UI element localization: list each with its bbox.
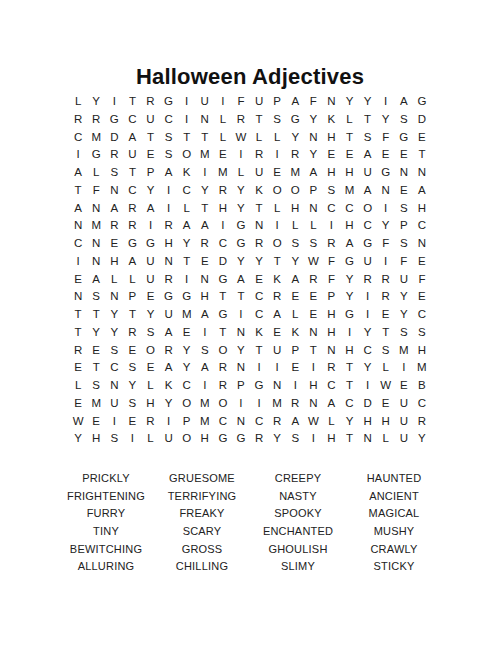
grid-cell[interactable]: N [105,182,123,200]
grid-cell[interactable]: C [250,306,268,324]
word-list-item[interactable]: ENCHANTED [250,523,346,541]
grid-cell[interactable]: I [377,200,395,218]
grid-cell[interactable]: M [268,395,286,413]
grid-cell[interactable]: R [69,111,87,129]
grid-cell[interactable]: K [286,324,304,342]
grid-cell[interactable]: E [340,146,358,164]
grid-cell[interactable]: Y [123,377,141,395]
grid-cell[interactable]: O [141,342,159,360]
grid-cell[interactable]: M [196,413,214,431]
word-list-item[interactable]: TERRIFYING [154,488,250,506]
grid-cell[interactable]: O [178,430,196,448]
grid-cell[interactable]: U [141,111,159,129]
grid-cell[interactable]: T [214,288,232,306]
grid-cell[interactable]: R [268,288,286,306]
grid-cell[interactable]: S [105,164,123,182]
grid-cell[interactable]: I [250,395,268,413]
grid-cell[interactable]: S [286,235,304,253]
grid-cell[interactable]: T [123,164,141,182]
grid-cell[interactable]: R [214,377,232,395]
grid-cell[interactable]: G [395,129,413,147]
grid-cell[interactable]: E [141,359,159,377]
grid-cell[interactable]: R [105,146,123,164]
word-list-item[interactable]: GHOULISH [250,540,346,558]
grid-cell[interactable]: U [141,271,159,289]
grid-cell[interactable]: L [232,164,250,182]
grid-cell[interactable]: H [322,430,340,448]
grid-cell[interactable]: A [178,217,196,235]
grid-cell[interactable]: N [322,93,340,111]
grid-cell[interactable]: N [413,235,431,253]
word-list-item[interactable]: SLIMY [250,558,346,576]
grid-cell[interactable]: E [377,306,395,324]
grid-cell[interactable]: M [196,395,214,413]
grid-cell[interactable]: E [123,413,141,431]
grid-cell[interactable]: P [123,288,141,306]
grid-cell[interactable]: G [214,430,232,448]
grid-cell[interactable]: D [413,111,431,129]
grid-cell[interactable]: H [196,430,214,448]
word-list-item[interactable]: BEWITCHING [58,540,154,558]
grid-cell[interactable]: A [286,271,304,289]
grid-cell[interactable]: I [359,288,377,306]
word-list-item[interactable]: STICKY [346,558,442,576]
grid-cell[interactable]: N [105,288,123,306]
grid-cell[interactable]: R [286,146,304,164]
grid-cell[interactable]: Y [105,306,123,324]
grid-cell[interactable]: R [141,413,159,431]
grid-cell[interactable]: Y [340,93,358,111]
grid-cell[interactable]: R [232,111,250,129]
grid-cell[interactable]: I [395,359,413,377]
grid-cell[interactable]: Y [340,413,358,431]
grid-cell[interactable]: E [268,164,286,182]
grid-cell[interactable]: T [359,111,377,129]
grid-cell[interactable]: T [377,324,395,342]
grid-cell[interactable]: L [286,306,304,324]
grid-cell[interactable]: W [304,253,322,271]
grid-cell[interactable]: I [340,324,358,342]
grid-cell[interactable]: T [340,430,358,448]
grid-cell[interactable]: H [286,200,304,218]
grid-cell[interactable]: F [322,271,340,289]
grid-cell[interactable]: E [69,271,87,289]
grid-cell[interactable]: C [123,182,141,200]
grid-cell[interactable]: R [250,235,268,253]
grid-cell[interactable]: Y [69,430,87,448]
grid-cell[interactable]: E [395,377,413,395]
grid-cell[interactable]: H [413,342,431,360]
grid-cell[interactable]: Y [304,111,322,129]
grid-cell[interactable]: O [178,395,196,413]
grid-cell[interactable]: A [196,306,214,324]
grid-cell[interactable]: M [413,359,431,377]
grid-cell[interactable]: A [322,395,340,413]
grid-cell[interactable]: L [268,129,286,147]
word-list-item[interactable]: PRICKLY [58,470,154,488]
grid-cell[interactable]: T [69,306,87,324]
grid-cell[interactable]: S [377,342,395,360]
grid-cell[interactable]: T [141,129,159,147]
grid-cell[interactable]: H [413,200,431,218]
grid-cell[interactable]: S [105,430,123,448]
word-list-item[interactable]: MAGICAL [346,505,442,523]
grid-cell[interactable]: C [105,359,123,377]
grid-cell[interactable]: D [359,395,377,413]
grid-cell[interactable]: G [250,377,268,395]
grid-cell[interactable]: W [377,377,395,395]
grid-cell[interactable]: N [87,253,105,271]
grid-cell[interactable]: C [160,111,178,129]
grid-cell[interactable]: I [250,359,268,377]
grid-cell[interactable]: L [268,200,286,218]
grid-cell[interactable]: C [322,377,340,395]
word-list-item[interactable]: FURRY [58,505,154,523]
grid-cell[interactable]: S [286,430,304,448]
grid-cell[interactable]: S [160,146,178,164]
grid-cell[interactable]: O [286,182,304,200]
grid-cell[interactable]: L [322,413,340,431]
grid-cell[interactable]: I [377,253,395,271]
grid-cell[interactable]: L [87,164,105,182]
grid-cell[interactable]: U [395,271,413,289]
grid-cell[interactable]: L [105,271,123,289]
grid-cell[interactable]: I [286,377,304,395]
grid-cell[interactable]: Y [340,271,358,289]
grid-cell[interactable]: M [395,342,413,360]
grid-cell[interactable]: E [413,129,431,147]
grid-cell[interactable]: A [359,182,377,200]
grid-cell[interactable]: A [268,306,286,324]
grid-cell[interactable]: T [232,288,250,306]
grid-cell[interactable]: S [268,111,286,129]
grid-cell[interactable]: W [69,413,87,431]
grid-cell[interactable]: Y [286,253,304,271]
grid-cell[interactable]: C [340,200,358,218]
grid-cell[interactable]: O [214,342,232,360]
grid-cell[interactable]: I [105,93,123,111]
grid-cell[interactable]: T [87,359,105,377]
grid-cell[interactable]: R [160,217,178,235]
grid-cell[interactable]: F [322,253,340,271]
grid-cell[interactable]: I [214,217,232,235]
grid-cell[interactable]: G [340,253,358,271]
grid-cell[interactable]: I [196,377,214,395]
grid-cell[interactable]: E [286,288,304,306]
grid-cell[interactable]: G [286,111,304,129]
grid-cell[interactable]: G [105,111,123,129]
grid-cell[interactable]: N [69,217,87,235]
grid-cell[interactable]: Y [141,182,159,200]
grid-cell[interactable]: Y [377,111,395,129]
grid-cell[interactable]: E [413,253,431,271]
grid-cell[interactable]: O [268,182,286,200]
grid-cell[interactable]: U [196,93,214,111]
grid-cell[interactable]: R [250,430,268,448]
grid-cell[interactable]: H [105,253,123,271]
grid-cell[interactable]: C [69,235,87,253]
grid-cell[interactable]: E [395,146,413,164]
grid-cell[interactable]: I [377,93,395,111]
grid-cell[interactable]: E [196,253,214,271]
word-list-item[interactable]: FREAKY [154,505,250,523]
grid-cell[interactable]: E [250,271,268,289]
grid-cell[interactable]: S [359,129,377,147]
grid-cell[interactable]: N [359,430,377,448]
word-list-item[interactable]: CHILLING [154,558,250,576]
grid-cell[interactable]: W [232,129,250,147]
grid-cell[interactable]: C [359,217,377,235]
grid-cell[interactable]: N [322,342,340,360]
grid-cell[interactable]: E [87,342,105,360]
grid-cell[interactable]: S [87,377,105,395]
grid-cell[interactable]: C [69,129,87,147]
grid-cell[interactable]: L [141,430,159,448]
grid-cell[interactable]: U [268,342,286,360]
word-list-item[interactable]: SPOOKY [250,505,346,523]
grid-cell[interactable]: N [87,235,105,253]
grid-cell[interactable]: F [232,93,250,111]
grid-cell[interactable]: I [359,377,377,395]
grid-cell[interactable]: R [377,288,395,306]
grid-cell[interactable]: K [250,324,268,342]
grid-cell[interactable]: L [214,129,232,147]
grid-cell[interactable]: L [123,271,141,289]
grid-cell[interactable]: P [268,93,286,111]
grid-cell[interactable]: T [196,129,214,147]
grid-cell[interactable]: P [322,288,340,306]
grid-cell[interactable]: M [87,217,105,235]
grid-cell[interactable]: Y [87,324,105,342]
word-list-item[interactable]: CRAWLY [346,540,442,558]
grid-cell[interactable]: S [395,111,413,129]
grid-cell[interactable]: C [359,342,377,360]
grid-cell[interactable]: T [340,359,358,377]
grid-cell[interactable]: Y [105,324,123,342]
grid-cell[interactable]: G [413,93,431,111]
grid-cell[interactable]: A [395,93,413,111]
grid-cell[interactable]: O [214,395,232,413]
grid-cell[interactable]: A [340,235,358,253]
grid-cell[interactable]: F [377,235,395,253]
grid-cell[interactable]: U [395,413,413,431]
grid-cell[interactable]: R [250,146,268,164]
grid-cell[interactable]: R [69,342,87,360]
grid-cell[interactable]: L [69,377,87,395]
grid-cell[interactable]: Y [178,235,196,253]
grid-cell[interactable]: I [232,306,250,324]
grid-cell[interactable]: T [250,200,268,218]
grid-cell[interactable]: D [214,253,232,271]
grid-cell[interactable]: C [322,200,340,218]
grid-cell[interactable]: R [196,235,214,253]
grid-cell[interactable]: E [141,146,159,164]
grid-cell[interactable]: G [232,235,250,253]
grid-cell[interactable]: P [286,342,304,360]
grid-cell[interactable]: B [413,377,431,395]
grid-cell[interactable]: A [105,200,123,218]
grid-cell[interactable]: I [178,111,196,129]
grid-cell[interactable]: T [250,111,268,129]
grid-cell[interactable]: A [87,271,105,289]
grid-cell[interactable]: U [395,395,413,413]
grid-cell[interactable]: I [304,430,322,448]
grid-cell[interactable]: U [160,430,178,448]
grid-cell[interactable]: H [160,235,178,253]
grid-cell[interactable]: P [141,164,159,182]
grid-cell[interactable]: A [304,164,322,182]
grid-cell[interactable]: Y [359,359,377,377]
grid-cell[interactable]: G [232,217,250,235]
grid-cell[interactable]: L [214,111,232,129]
grid-cell[interactable]: Y [232,253,250,271]
grid-cell[interactable]: K [250,182,268,200]
grid-cell[interactable]: M [340,182,358,200]
grid-cell[interactable]: I [123,430,141,448]
grid-cell[interactable]: R [359,271,377,289]
grid-cell[interactable]: Y [232,342,250,360]
grid-cell[interactable]: U [105,395,123,413]
grid-cell[interactable]: E [69,395,87,413]
grid-cell[interactable]: L [141,377,159,395]
grid-cell[interactable]: P [178,413,196,431]
grid-cell[interactable]: M [87,395,105,413]
grid-cell[interactable]: P [395,217,413,235]
grid-cell[interactable]: N [250,217,268,235]
grid-cell[interactable]: A [69,200,87,218]
grid-cell[interactable]: E [304,288,322,306]
grid-cell[interactable]: A [196,359,214,377]
grid-cell[interactable]: C [250,413,268,431]
grid-cell[interactable]: S [395,200,413,218]
grid-cell[interactable]: N [232,324,250,342]
grid-cell[interactable]: G [214,306,232,324]
grid-cell[interactable]: G [377,164,395,182]
grid-cell[interactable]: I [160,182,178,200]
grid-cell[interactable]: I [160,200,178,218]
grid-cell[interactable]: P [232,377,250,395]
grid-cell[interactable]: R [123,324,141,342]
grid-cell[interactable]: H [340,217,358,235]
grid-cell[interactable]: T [69,182,87,200]
grid-cell[interactable]: G [160,288,178,306]
grid-cell[interactable]: E [322,146,340,164]
grid-cell[interactable]: L [377,359,395,377]
grid-cell[interactable]: C [214,235,232,253]
grid-cell[interactable]: N [69,288,87,306]
grid-cell[interactable]: Y [178,342,196,360]
grid-cell[interactable]: T [87,306,105,324]
grid-cell[interactable]: U [359,253,377,271]
grid-cell[interactable]: K [268,271,286,289]
grid-cell[interactable]: I [359,306,377,324]
grid-cell[interactable]: S [322,182,340,200]
grid-cell[interactable]: H [141,395,159,413]
grid-cell[interactable]: I [69,253,87,271]
grid-cell[interactable]: E [268,324,286,342]
grid-cell[interactable]: R [123,200,141,218]
grid-cell[interactable]: C [413,217,431,235]
grid-cell[interactable]: I [304,359,322,377]
grid-cell[interactable]: C [178,182,196,200]
grid-cell[interactable]: H [340,164,358,182]
grid-cell[interactable]: F [377,129,395,147]
grid-cell[interactable]: E [69,359,87,377]
grid-cell[interactable]: Y [395,306,413,324]
grid-cell[interactable]: A [123,253,141,271]
grid-cell[interactable]: Y [232,200,250,218]
grid-cell[interactable]: W [304,413,322,431]
grid-cell[interactable]: N [304,129,322,147]
grid-cell[interactable]: N [196,111,214,129]
grid-cell[interactable]: U [141,253,159,271]
grid-cell[interactable]: I [268,359,286,377]
grid-cell[interactable]: P [304,182,322,200]
grid-cell[interactable]: N [232,413,250,431]
grid-cell[interactable]: T [178,253,196,271]
grid-cell[interactable]: Y [340,288,358,306]
grid-cell[interactable]: A [160,359,178,377]
grid-cell[interactable]: I [69,146,87,164]
grid-cell[interactable]: M [286,164,304,182]
grid-cell[interactable]: R [160,271,178,289]
grid-cell[interactable]: H [377,413,395,431]
grid-cell[interactable]: G [141,235,159,253]
grid-cell[interactable]: M [196,146,214,164]
grid-cell[interactable]: R [105,217,123,235]
grid-cell[interactable]: G [340,306,358,324]
grid-cell[interactable]: Y [304,146,322,164]
grid-cell[interactable]: Y [359,93,377,111]
grid-cell[interactable]: S [141,324,159,342]
grid-cell[interactable]: T [304,342,322,360]
grid-cell[interactable]: E [123,342,141,360]
grid-cell[interactable]: I [141,217,159,235]
grid-cell[interactable]: A [123,129,141,147]
grid-cell[interactable]: G [214,271,232,289]
grid-cell[interactable]: E [377,146,395,164]
grid-cell[interactable]: T [413,146,431,164]
grid-cell[interactable]: Y [377,217,395,235]
grid-cell[interactable]: E [141,288,159,306]
grid-cell[interactable]: I [268,146,286,164]
grid-cell[interactable]: S [395,324,413,342]
grid-cell[interactable]: F [395,253,413,271]
grid-cell[interactable]: F [304,93,322,111]
grid-cell[interactable]: O [359,200,377,218]
grid-cell[interactable]: F [87,182,105,200]
grid-cell[interactable]: A [286,93,304,111]
grid-cell[interactable]: Y [141,306,159,324]
grid-cell[interactable]: N [160,253,178,271]
grid-cell[interactable]: Y [413,430,431,448]
grid-cell[interactable]: I [322,217,340,235]
grid-cell[interactable]: T [123,93,141,111]
grid-cell[interactable]: C [214,413,232,431]
grid-cell[interactable]: O [178,146,196,164]
grid-cell[interactable]: U [395,430,413,448]
grid-cell[interactable]: N [304,395,322,413]
grid-cell[interactable]: S [123,359,141,377]
grid-cell[interactable]: A [141,200,159,218]
grid-cell[interactable]: E [413,288,431,306]
grid-cell[interactable]: U [250,164,268,182]
word-list-item[interactable]: NASTY [250,488,346,506]
grid-cell[interactable]: A [160,324,178,342]
grid-cell[interactable]: T [196,200,214,218]
grid-cell[interactable]: E [395,182,413,200]
grid-cell[interactable]: Y [250,253,268,271]
